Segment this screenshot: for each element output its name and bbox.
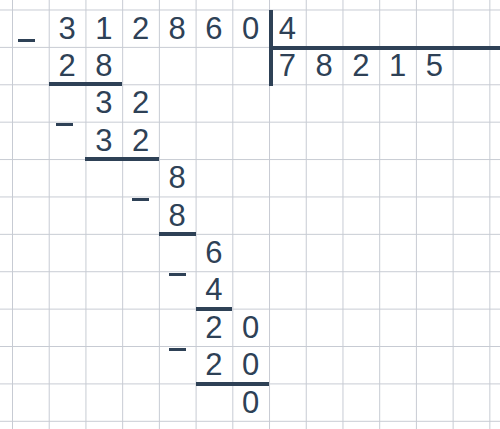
quotient-digit: 5 bbox=[416, 47, 453, 84]
remainder-digit: 8 bbox=[159, 159, 196, 196]
divisor-bracket-horizontal-line bbox=[269, 46, 500, 50]
subtrahend-digit: 0 bbox=[232, 346, 269, 383]
subtraction-rule bbox=[196, 382, 269, 386]
minus-sign bbox=[18, 39, 35, 42]
subtrahend-digit: 4 bbox=[196, 271, 233, 308]
remainder-digit: 2 bbox=[196, 309, 233, 346]
dividend-digit: 2 bbox=[122, 10, 159, 47]
subtrahend-digit: 8 bbox=[85, 47, 122, 84]
minus-sign bbox=[169, 273, 186, 276]
subtrahend-digit: 3 bbox=[85, 122, 122, 159]
long-division-worksheet: 312860428782153232886420200 bbox=[0, 0, 500, 429]
quotient-digit: 1 bbox=[379, 47, 416, 84]
remainder-digit: 6 bbox=[196, 234, 233, 271]
subtraction-rule bbox=[49, 82, 122, 86]
quotient-digit: 8 bbox=[306, 47, 343, 84]
subtrahend-digit: 2 bbox=[122, 122, 159, 159]
minus-sign bbox=[132, 198, 149, 201]
remainder-digit: 3 bbox=[85, 84, 122, 121]
remainder-digit: 2 bbox=[122, 84, 159, 121]
remainder-digit: 0 bbox=[232, 309, 269, 346]
minus-sign bbox=[169, 348, 186, 351]
final-remainder-digit: 0 bbox=[232, 384, 269, 421]
quotient-digit: 2 bbox=[342, 47, 379, 84]
quotient-digit: 7 bbox=[269, 47, 306, 84]
subtraction-rule bbox=[85, 157, 158, 161]
dividend-digit: 0 bbox=[232, 10, 269, 47]
dividend-digit: 3 bbox=[49, 10, 86, 47]
dividend-digit: 6 bbox=[196, 10, 233, 47]
divisor-digit: 4 bbox=[269, 10, 306, 47]
dividend-digit: 1 bbox=[85, 10, 122, 47]
minus-sign bbox=[56, 123, 73, 126]
subtrahend-digit: 2 bbox=[49, 47, 86, 84]
subtrahend-digit: 8 bbox=[159, 197, 196, 234]
subtraction-rule bbox=[159, 232, 196, 236]
subtraction-rule bbox=[196, 307, 233, 311]
subtrahend-digit: 2 bbox=[196, 346, 233, 383]
dividend-digit: 8 bbox=[159, 10, 196, 47]
